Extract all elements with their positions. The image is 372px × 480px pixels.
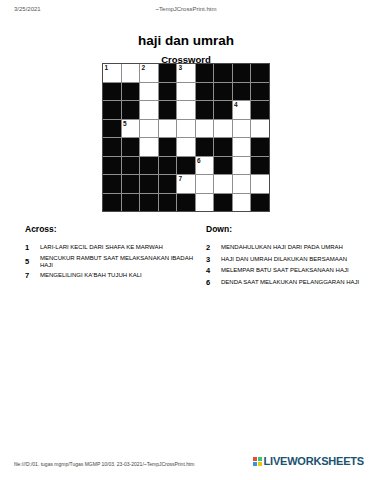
block-cell [140, 175, 158, 193]
block-cell [251, 157, 269, 175]
block-cell [251, 101, 269, 119]
across-header: Across: [25, 224, 206, 234]
grid-cell[interactable] [196, 194, 214, 212]
clue-item: 5MENCUKUR RAMBUT SAAT MELAKSANAKAN IBADA… [25, 255, 206, 269]
block-cell [251, 138, 269, 156]
block-cell [122, 101, 140, 119]
block-cell [122, 175, 140, 193]
down-header: Down: [206, 224, 364, 234]
block-cell [196, 101, 214, 119]
clue-number: 3 [179, 64, 183, 71]
grid-cell[interactable] [140, 101, 158, 119]
clue-number: 4 [234, 101, 238, 108]
grid-cell[interactable] [177, 138, 195, 156]
grid-cell[interactable]: 4 [233, 101, 251, 119]
block-cell [214, 101, 232, 119]
clue-item-number: 4 [206, 266, 221, 275]
clue-item: 4MELEMPAR BATU SAAT PELAKSANAAN HAJI [206, 266, 364, 275]
across-clues: Across: 1LARI-LARI KECIL DARI SHAFA KE M… [25, 224, 206, 289]
block-cell [103, 101, 121, 119]
grid-cell[interactable]: 1 [103, 64, 121, 82]
across-list: 1LARI-LARI KECIL DARI SHAFA KE MARWAH5ME… [25, 243, 206, 280]
grid-cell[interactable] [233, 157, 251, 175]
clue-item-text: DENDA SAAT MELAKUKAN PELANGGARAN HAJI [221, 279, 359, 286]
logo-square [253, 457, 257, 461]
liveworksheets-logo: LIVEWORKSHEETS [253, 455, 365, 467]
block-cell [159, 83, 177, 101]
block-cell [122, 194, 140, 212]
clue-item-number: 5 [25, 257, 40, 266]
grid-cell[interactable] [233, 120, 251, 138]
clue-number: 5 [123, 120, 127, 127]
clue-item-text: MENGELILINGI KA'BAH TUJUH KALI [40, 272, 142, 279]
clue-item-number: 3 [206, 255, 221, 264]
block-cell [103, 157, 121, 175]
grid-cell[interactable]: 5 [122, 120, 140, 138]
liveworksheets-icon [253, 457, 262, 466]
worksheet-page: 3/25/2021 ~TempJCrossPrint.htm haji dan … [0, 0, 372, 480]
grid-cell[interactable] [233, 175, 251, 193]
grid-cell[interactable] [177, 120, 195, 138]
block-cell [214, 194, 232, 212]
logo-square [258, 462, 262, 466]
clue-item: 7MENGELILINGI KA'BAH TUJUH KALI [25, 271, 206, 280]
grid-cell[interactable]: 2 [140, 64, 158, 82]
clue-item-number: 2 [206, 243, 221, 252]
grid-cell[interactable] [140, 120, 158, 138]
block-cell [122, 138, 140, 156]
clue-item: 6DENDA SAAT MELAKUKAN PELANGGARAN HAJI [206, 278, 364, 287]
grid-cell[interactable] [214, 120, 232, 138]
block-cell [214, 64, 232, 82]
block-cell [233, 64, 251, 82]
block-cell [177, 157, 195, 175]
block-cell [159, 194, 177, 212]
block-cell [251, 64, 269, 82]
block-cell [159, 64, 177, 82]
grid-cell[interactable] [140, 83, 158, 101]
grid-cell[interactable] [140, 138, 158, 156]
clue-item: 2MENDAHULUKAN HAJI DARI PADA UMRAH [206, 243, 364, 252]
file-path: file:///D:/01. tugas mgmp/Tugas MGMP 10/… [14, 461, 195, 467]
block-cell [140, 157, 158, 175]
grid-cell[interactable] [233, 194, 251, 212]
clues-section: Across: 1LARI-LARI KECIL DARI SHAFA KE M… [25, 224, 364, 289]
down-list: 2MENDAHULUKAN HAJI DARI PADA UMRAH3HAJI … [206, 243, 364, 287]
clue-item-number: 7 [25, 271, 40, 280]
grid-cell[interactable] [251, 175, 269, 193]
grid-cell[interactable] [196, 120, 214, 138]
block-cell [103, 194, 121, 212]
clue-item-text: MENDAHULUKAN HAJI DARI PADA UMRAH [221, 244, 343, 251]
grid-cell[interactable] [233, 138, 251, 156]
block-cell [214, 138, 232, 156]
block-cell [251, 83, 269, 101]
grid-cell[interactable]: 7 [177, 175, 195, 193]
clue-item-number: 6 [206, 278, 221, 287]
clue-number: 1 [105, 64, 109, 71]
block-cell [196, 138, 214, 156]
brand-text: LIVEWORKSHEETS [264, 455, 365, 467]
logo-square [258, 457, 262, 461]
grid-cell[interactable] [177, 101, 195, 119]
block-cell [103, 120, 121, 138]
clue-item-number: 1 [25, 243, 40, 252]
clue-number: 6 [197, 157, 201, 164]
clue-item-text: MELEMPAR BATU SAAT PELAKSANAAN HAJI [221, 267, 349, 274]
block-cell [159, 175, 177, 193]
block-cell [122, 83, 140, 101]
crossword-grid: 1234567 [102, 63, 270, 212]
clue-item-text: HAJI DAN UMRAH DILAKUKAN BERSAMAAN [221, 256, 347, 263]
clue-item: 1LARI-LARI KECIL DARI SHAFA KE MARWAH [25, 243, 206, 252]
block-cell [159, 138, 177, 156]
logo-square [253, 462, 257, 466]
grid-cell[interactable] [122, 64, 140, 82]
grid-cell[interactable] [159, 120, 177, 138]
block-cell [233, 83, 251, 101]
block-cell [103, 83, 121, 101]
grid-cell[interactable] [177, 83, 195, 101]
page-title: haji dan umrah [0, 33, 372, 48]
clue-number: 2 [142, 64, 146, 71]
block-cell [103, 175, 121, 193]
grid-cell[interactable] [214, 175, 232, 193]
clue-item-text: MENCUKUR RAMBUT SAAT MELAKSANAKAN IBADAH… [40, 255, 203, 269]
block-cell [214, 157, 232, 175]
block-cell [159, 101, 177, 119]
print-filename: ~TempJCrossPrint.htm [0, 6, 372, 12]
block-cell [177, 194, 195, 212]
clue-number: 7 [179, 175, 183, 182]
block-cell [214, 83, 232, 101]
grid-cell[interactable]: 6 [196, 157, 214, 175]
block-cell [140, 194, 158, 212]
grid-cell[interactable] [196, 175, 214, 193]
grid-cell[interactable]: 3 [177, 64, 195, 82]
block-cell [103, 138, 121, 156]
block-cell [251, 194, 269, 212]
print-header: 3/25/2021 ~TempJCrossPrint.htm [0, 6, 372, 16]
block-cell [196, 83, 214, 101]
clue-item-text: LARI-LARI KECIL DARI SHAFA KE MARWAH [40, 244, 163, 251]
grid-cell[interactable] [251, 120, 269, 138]
block-cell [122, 157, 140, 175]
down-clues: Down: 2MENDAHULUKAN HAJI DARI PADA UMRAH… [206, 224, 364, 289]
block-cell [196, 64, 214, 82]
clue-item: 3HAJI DAN UMRAH DILAKUKAN BERSAMAAN [206, 255, 364, 264]
block-cell [159, 157, 177, 175]
